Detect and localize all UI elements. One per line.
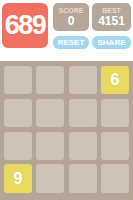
- empty-cell: [36, 164, 64, 192]
- app-logo-tile: 689: [2, 3, 48, 48]
- empty-cell: [36, 66, 64, 94]
- empty-cell: [36, 99, 64, 127]
- share-button[interactable]: SHARE: [92, 36, 131, 49]
- empty-cell: [4, 99, 32, 127]
- empty-cell: [36, 132, 64, 160]
- empty-cell: [4, 66, 32, 94]
- tile-6: 6: [101, 66, 129, 94]
- score-value: 0: [68, 15, 75, 27]
- empty-cell: [69, 66, 97, 94]
- empty-cell: [69, 132, 97, 160]
- score-label: SCORE: [59, 7, 84, 14]
- best-box: BEST 4151: [92, 3, 131, 31]
- empty-cell: [69, 99, 97, 127]
- reset-button[interactable]: RESET: [53, 36, 89, 49]
- empty-cell: [69, 164, 97, 192]
- tile-9: 9: [4, 164, 32, 192]
- empty-cell: [101, 99, 129, 127]
- score-box: SCORE 0: [53, 3, 89, 31]
- empty-cell: [101, 132, 129, 160]
- best-value: 4151: [98, 15, 125, 27]
- empty-cell: [4, 132, 32, 160]
- best-label: BEST: [102, 7, 121, 14]
- empty-cell: [101, 164, 129, 192]
- board-grid[interactable]: 69: [0, 61, 133, 200]
